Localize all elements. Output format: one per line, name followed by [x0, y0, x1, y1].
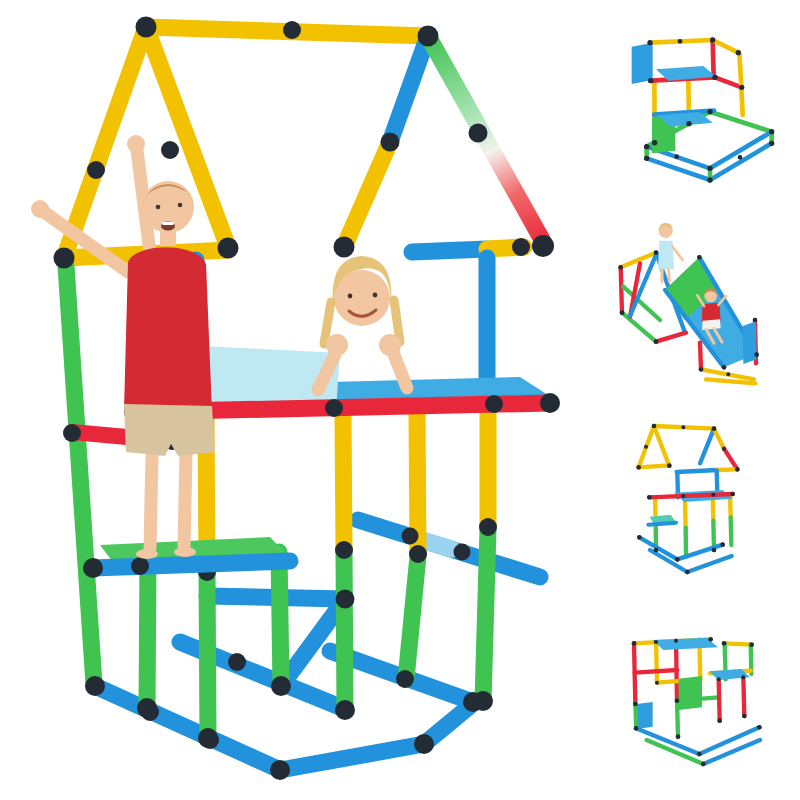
boy-figure	[31, 135, 215, 559]
boy-hand	[31, 200, 49, 218]
boy-hand	[127, 135, 145, 153]
thumbnail-2-slide[interactable]	[600, 210, 800, 410]
girl-hand	[326, 334, 348, 356]
product-gallery	[0, 0, 800, 800]
thumbnail-2-illustration	[600, 210, 800, 410]
thumbnail-4-illustration	[600, 610, 800, 800]
thumbnail-4-monkey-bars[interactable]	[600, 610, 800, 800]
thumb2-girl	[658, 223, 683, 282]
thumbnail-1-illustration	[600, 0, 800, 210]
girl-hand	[379, 334, 401, 356]
thumbnail-1-climbing-gym[interactable]	[600, 0, 800, 210]
main-product-photo[interactable]	[0, 0, 612, 800]
main-photo-illustration	[0, 0, 612, 800]
boy-shirt	[124, 247, 212, 412]
thumbnail-3-illustration	[600, 410, 800, 610]
thumbnail-3-playhouse[interactable]	[600, 410, 800, 610]
